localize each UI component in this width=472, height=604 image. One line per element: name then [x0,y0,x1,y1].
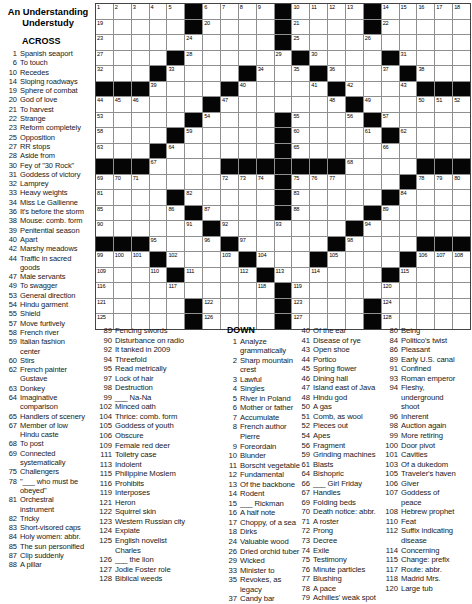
cell-r17c19[interactable]: 106 [417,252,434,267]
cell-r2c17[interactable]: 22 [382,20,399,35]
cell-r10c15[interactable] [346,144,363,159]
cell-r18c6[interactable]: 111 [185,268,202,283]
cell-r5c15[interactable] [346,66,363,81]
cell-r20c12[interactable]: 123 [292,299,309,314]
cell-r20c14[interactable] [328,299,345,314]
cell-r17c7[interactable] [203,252,220,267]
cell-r1c14[interactable]: 12 [328,4,345,19]
cell-r12c12[interactable]: 75 [292,175,309,190]
cell-r17c10[interactable]: 104 [257,252,274,267]
cell-r10c18[interactable] [400,144,417,159]
cell-r9c16[interactable]: 61 [364,128,381,143]
cell-r12c2[interactable]: 70 [114,175,131,190]
cell-r9c19[interactable] [417,128,434,143]
cell-r7c20[interactable]: 51 [435,97,452,112]
cell-r5c5[interactable]: 33 [167,66,184,81]
cell-r8c18[interactable] [400,113,417,128]
cell-r4c11[interactable]: 29 [275,51,292,66]
cell-r19c8[interactable] [221,283,238,298]
cell-r13c12[interactable]: 83 [292,190,309,205]
cell-r6c10[interactable] [257,82,274,97]
cell-r5c17[interactable]: 37 [382,66,399,81]
cell-r8c9[interactable] [239,113,256,128]
cell-r5c20[interactable] [435,66,452,81]
cell-r7c13[interactable] [310,97,327,112]
cell-r9c8[interactable] [221,128,238,143]
cell-r8c12[interactable]: 55 [292,113,309,128]
cell-r9c1[interactable]: 58 [96,128,113,143]
cell-r18c9[interactable]: 112 [239,268,256,283]
cell-r2c1[interactable]: 19 [96,20,113,35]
cell-r6c12[interactable] [292,82,309,97]
cell-r2c13[interactable] [310,20,327,35]
cell-r2c3[interactable] [132,20,149,35]
cell-r2c12[interactable]: 21 [292,20,309,35]
cell-r15c16[interactable]: 94 [364,221,381,236]
crossword-grid[interactable]: 1234567891011121314151617181920212223242… [95,3,471,330]
cell-r13c9[interactable] [239,190,256,205]
cell-r8c2[interactable] [114,113,131,128]
cell-r18c14[interactable] [328,268,345,283]
cell-r19c10[interactable]: 118 [257,283,274,298]
cell-r3c8[interactable] [221,35,238,50]
cell-r7c8[interactable]: 47 [221,97,238,112]
cell-r17c6[interactable] [185,252,202,267]
cell-r13c16[interactable] [364,190,381,205]
cell-r19c17[interactable]: 120 [382,283,399,298]
cell-r4c16[interactable] [364,51,381,66]
cell-r1c18[interactable]: 15 [400,4,417,19]
cell-r16c10[interactable] [257,237,274,252]
cell-r3c2[interactable] [114,35,131,50]
cell-r17c3[interactable]: 101 [132,252,149,267]
cell-r2c21[interactable] [453,20,470,35]
cell-r7c14[interactable]: 48 [328,97,345,112]
cell-r20c5[interactable] [167,299,184,314]
cell-r16c7[interactable]: 96 [203,237,220,252]
cell-r20c17[interactable]: 124 [382,299,399,314]
cell-r21c7[interactable]: 126 [203,314,220,329]
cell-r15c6[interactable]: 91 [185,221,202,236]
cell-r20c13[interactable] [310,299,327,314]
cell-r11c4[interactable]: 67 [150,159,167,174]
cell-r7c1[interactable]: 44 [96,97,113,112]
cell-r13c6[interactable]: 82 [185,190,202,205]
cell-r3c12[interactable]: 25 [292,35,309,50]
cell-r11c7[interactable] [203,159,220,174]
cell-r16c9[interactable]: 97 [239,237,256,252]
cell-r1c8[interactable]: 7 [221,4,238,19]
cell-r15c1[interactable]: 90 [96,221,113,236]
cell-r8c21[interactable] [453,113,470,128]
cell-r16c4[interactable]: 95 [150,237,167,252]
cell-r13c15[interactable] [346,190,363,205]
cell-r14c5[interactable]: 86 [167,206,184,221]
cell-r4c13[interactable]: 30 [310,51,327,66]
cell-r7c19[interactable]: 50 [417,97,434,112]
cell-r13c8[interactable] [221,190,238,205]
cell-r18c13[interactable]: 114 [310,268,327,283]
cell-r2c4[interactable] [150,20,167,35]
cell-r9c2[interactable] [114,128,131,143]
cell-r8c1[interactable]: 53 [96,113,113,128]
cell-r19c16[interactable] [364,283,381,298]
cell-r18c2[interactable] [114,268,131,283]
cell-r15c9[interactable] [239,221,256,236]
cell-r7c12[interactable] [292,97,309,112]
cell-r5c21[interactable] [453,66,470,81]
cell-r12c14[interactable]: 77 [328,175,345,190]
cell-r8c15[interactable]: 56 [346,113,363,128]
cell-r13c20[interactable] [435,190,452,205]
cell-r16c13[interactable] [310,237,327,252]
cell-r12c5[interactable] [167,175,184,190]
cell-r14c12[interactable]: 88 [292,206,309,221]
cell-r8c17[interactable]: 57 [382,113,399,128]
cell-r4c18[interactable]: 31 [400,51,417,66]
cell-r11c6[interactable] [185,159,202,174]
cell-r15c21[interactable] [453,221,470,236]
cell-r2c19[interactable] [417,20,434,35]
cell-r16c15[interactable]: 98 [346,237,363,252]
cell-r19c5[interactable]: 117 [167,283,184,298]
cell-r7c5[interactable] [167,97,184,112]
cell-r16c17[interactable] [382,237,399,252]
cell-r3c4[interactable] [150,35,167,50]
cell-r17c11[interactable] [275,252,292,267]
cell-r13c21[interactable] [453,190,470,205]
cell-r9c18[interactable]: 62 [400,128,417,143]
cell-r10c16[interactable] [364,144,381,159]
cell-r2c7[interactable]: 20 [203,20,220,35]
cell-r14c9[interactable] [239,206,256,221]
cell-r12c7[interactable] [203,175,220,190]
cell-r19c2[interactable] [114,283,131,298]
cell-r20c1[interactable]: 121 [96,299,113,314]
cell-r12c13[interactable]: 76 [310,175,327,190]
cell-r14c13[interactable] [310,206,327,221]
cell-r12c16[interactable] [364,175,381,190]
cell-r13c2[interactable] [114,190,131,205]
cell-r11c18[interactable] [400,159,417,174]
cell-r2c5[interactable] [167,20,184,35]
cell-r13c4[interactable] [150,190,167,205]
cell-r6c7[interactable] [203,82,220,97]
cell-r4c9[interactable] [239,51,256,66]
cell-r2c10[interactable] [257,20,274,35]
cell-r14c7[interactable]: 87 [203,206,220,221]
cell-r10c2[interactable] [114,144,131,159]
cell-r2c2[interactable] [114,20,131,35]
cell-r15c18[interactable] [400,221,417,236]
cell-r4c10[interactable] [257,51,274,66]
cell-r9c3[interactable] [132,128,149,143]
cell-r18c11[interactable]: 113 [275,268,292,283]
cell-r1c17[interactable]: 14 [382,4,399,19]
cell-r16c11[interactable] [275,237,292,252]
cell-r20c4[interactable] [150,299,167,314]
cell-r2c8[interactable] [221,20,238,35]
cell-r4c14[interactable] [328,51,345,66]
cell-r6c11[interactable] [275,82,292,97]
cell-r20c7[interactable]: 122 [203,299,220,314]
cell-r9c21[interactable] [453,128,470,143]
cell-r6c5[interactable] [167,82,184,97]
cell-r6c13[interactable]: 41 [310,82,327,97]
cell-r12c21[interactable]: 80 [453,175,470,190]
cell-r7c3[interactable]: 46 [132,97,149,112]
cell-r8c19[interactable] [417,113,434,128]
cell-r1c1[interactable]: 1 [96,4,113,19]
cell-r19c13[interactable] [310,283,327,298]
cell-r20c8[interactable] [221,299,238,314]
cell-r19c19[interactable] [417,283,434,298]
cell-r17c14[interactable]: 105 [328,252,345,267]
cell-r7c2[interactable]: 45 [114,97,131,112]
cell-r2c9[interactable] [239,20,256,35]
cell-r20c18[interactable] [400,299,417,314]
cell-r20c2[interactable] [114,299,131,314]
cell-r19c12[interactable]: 119 [292,283,309,298]
cell-r3c13[interactable] [310,35,327,50]
cell-r11c17[interactable] [382,159,399,174]
cell-r17c2[interactable]: 100 [114,252,131,267]
cell-r3c15[interactable] [346,35,363,50]
cell-r15c14[interactable] [328,221,345,236]
cell-r3c21[interactable] [453,35,470,50]
cell-r18c12[interactable] [292,268,309,283]
cell-r3c20[interactable] [435,35,452,50]
cell-r18c21[interactable] [453,268,470,283]
cell-r1c12[interactable]: 10 [292,4,309,19]
cell-r12c10[interactable]: 74 [257,175,274,190]
cell-r1c10[interactable]: 9 [257,4,274,19]
cell-r6c17[interactable] [382,82,399,97]
cell-r8c10[interactable] [257,113,274,128]
cell-r13c19[interactable] [417,190,434,205]
cell-r3c6[interactable]: 24 [185,35,202,50]
cell-r10c20[interactable] [435,144,452,159]
cell-r12c1[interactable]: 69 [96,175,113,190]
cell-r12c19[interactable]: 78 [417,175,434,190]
cell-r1c7[interactable]: 6 [203,4,220,19]
cell-r6c18[interactable]: 43 [400,82,417,97]
cell-r13c7[interactable] [203,190,220,205]
cell-r5c8[interactable] [221,66,238,81]
cell-r12c15[interactable] [346,175,363,190]
cell-r15c19[interactable] [417,221,434,236]
cell-r20c10[interactable] [257,299,274,314]
cell-r4c7[interactable] [203,51,220,66]
cell-r15c3[interactable] [132,221,149,236]
cell-r9c6[interactable]: 59 [185,128,202,143]
cell-r9c10[interactable] [257,128,274,143]
cell-r17c8[interactable]: 103 [221,252,238,267]
cell-r19c14[interactable] [328,283,345,298]
cell-r19c15[interactable] [346,283,363,298]
cell-r14c20[interactable] [435,206,452,221]
cell-r2c15[interactable] [346,20,363,35]
cell-r16c6[interactable] [185,237,202,252]
cell-r12c9[interactable]: 73 [239,175,256,190]
cell-r2c20[interactable] [435,20,452,35]
cell-r5c6[interactable] [185,66,202,81]
cell-r10c13[interactable] [310,144,327,159]
cell-r3c18[interactable] [400,35,417,50]
cell-r8c4[interactable] [150,113,167,128]
cell-r7c9[interactable] [239,97,256,112]
cell-r14c17[interactable]: 89 [382,206,399,221]
cell-r12c8[interactable]: 72 [221,175,238,190]
cell-r20c20[interactable] [435,299,452,314]
cell-r16c12[interactable] [292,237,309,252]
cell-r5c19[interactable]: 38 [417,66,434,81]
cell-r8c14[interactable] [328,113,345,128]
cell-r13c1[interactable]: 81 [96,190,113,205]
cell-r3c1[interactable]: 23 [96,35,113,50]
cell-r10c5[interactable]: 64 [167,144,184,159]
cell-r12c6[interactable] [185,175,202,190]
cell-r18c7[interactable] [203,268,220,283]
cell-r18c8[interactable] [221,268,238,283]
cell-r15c17[interactable] [382,221,399,236]
cell-r16c18[interactable] [400,237,417,252]
cell-r4c2[interactable] [114,51,131,66]
cell-r1c13[interactable]: 11 [310,4,327,19]
cell-r14c19[interactable] [417,206,434,221]
cell-r4c8[interactable] [221,51,238,66]
cell-r12c3[interactable]: 71 [132,175,149,190]
cell-r1c20[interactable]: 17 [435,4,452,19]
cell-r15c10[interactable] [257,221,274,236]
cell-r1c2[interactable]: 2 [114,4,131,19]
cell-r10c8[interactable] [221,144,238,159]
cell-r3c17[interactable] [382,35,399,50]
cell-r18c15[interactable] [346,268,363,283]
cell-r6c4[interactable]: 39 [150,82,167,97]
cell-r3c3[interactable] [132,35,149,50]
cell-r8c5[interactable] [167,113,184,128]
cell-r15c8[interactable]: 92 [221,221,238,236]
cell-r3c14[interactable] [328,35,345,50]
cell-r11c16[interactable] [364,159,381,174]
cell-r1c3[interactable]: 3 [132,4,149,19]
cell-r16c5[interactable] [167,237,184,252]
cell-r9c15[interactable] [346,128,363,143]
cell-r13c14[interactable] [328,190,345,205]
cell-r15c12[interactable] [292,221,309,236]
cell-r9c20[interactable] [435,128,452,143]
cell-r19c20[interactable] [435,283,452,298]
cell-r7c16[interactable]: 49 [364,97,381,112]
cell-r5c14[interactable]: 36 [328,66,345,81]
cell-r6c6[interactable] [185,82,202,97]
cell-r14c1[interactable]: 85 [96,206,113,221]
cell-r20c21[interactable] [453,299,470,314]
cell-r19c18[interactable] [400,283,417,298]
cell-r2c18[interactable] [400,20,417,35]
cell-r14c10[interactable] [257,206,274,221]
cell-r5c16[interactable] [364,66,381,81]
cell-r10c21[interactable] [453,144,470,159]
cell-r19c1[interactable]: 116 [96,283,113,298]
cell-r18c18[interactable]: 115 [400,268,417,283]
cell-r12c20[interactable]: 79 [435,175,452,190]
cell-r3c7[interactable] [203,35,220,50]
cell-r3c9[interactable] [239,35,256,50]
cell-r1c15[interactable]: 13 [346,4,363,19]
cell-r14c15[interactable] [346,206,363,221]
cell-r17c1[interactable]: 99 [96,252,113,267]
cell-r9c12[interactable]: 60 [292,128,309,143]
cell-r8c13[interactable] [310,113,327,128]
cell-r19c4[interactable] [150,283,167,298]
cell-r4c21[interactable] [453,51,470,66]
cell-r8c8[interactable] [221,113,238,128]
cell-r3c19[interactable] [417,35,434,50]
cell-r19c21[interactable] [453,283,470,298]
cell-r1c9[interactable]: 8 [239,4,256,19]
cell-r9c7[interactable] [203,128,220,143]
cell-r20c19[interactable] [417,299,434,314]
cell-r5c3[interactable] [132,66,149,81]
cell-r4c1[interactable]: 27 [96,51,113,66]
cell-r6c15[interactable]: 42 [346,82,363,97]
cell-r17c17[interactable] [382,252,399,267]
cell-r10c10[interactable] [257,144,274,159]
cell-r13c10[interactable] [257,190,274,205]
cell-r14c21[interactable] [453,206,470,221]
cell-r18c20[interactable] [435,268,452,283]
cell-r4c20[interactable] [435,51,452,66]
cell-r18c19[interactable] [417,268,434,283]
cell-r18c1[interactable]: 109 [96,268,113,283]
cell-r7c18[interactable] [400,97,417,112]
cell-r5c2[interactable] [114,66,131,81]
cell-r19c7[interactable] [203,283,220,298]
cell-r3c10[interactable] [257,35,274,50]
cell-r9c13[interactable] [310,128,327,143]
cell-r9c4[interactable] [150,128,167,143]
cell-r17c21[interactable]: 108 [453,252,470,267]
cell-r7c10[interactable] [257,97,274,112]
cell-r12c4[interactable] [150,175,167,190]
cell-r13c18[interactable]: 84 [400,190,417,205]
cell-r17c12[interactable] [292,252,309,267]
cell-r3c16[interactable]: 26 [364,35,381,50]
cell-r1c5[interactable]: 5 [167,4,184,19]
cell-r10c14[interactable] [328,144,345,159]
cell-r14c8[interactable] [221,206,238,221]
cell-r7c4[interactable] [150,97,167,112]
cell-r9c14[interactable] [328,128,345,143]
cell-r5c7[interactable] [203,66,220,81]
cell-r10c7[interactable] [203,144,220,159]
cell-r14c3[interactable] [132,206,149,221]
cell-r1c19[interactable]: 16 [417,4,434,19]
cell-r10c12[interactable]: 65 [292,144,309,159]
cell-r8c3[interactable] [132,113,149,128]
cell-r7c21[interactable]: 52 [453,97,470,112]
cell-r17c15[interactable] [346,252,363,267]
cell-r8c20[interactable] [435,113,452,128]
cell-r20c15[interactable] [346,299,363,314]
cell-r10c9[interactable] [239,144,256,159]
cell-r11c5[interactable] [167,159,184,174]
cell-r20c9[interactable] [239,299,256,314]
cell-r15c4[interactable] [150,221,167,236]
cell-r10c3[interactable] [132,144,149,159]
